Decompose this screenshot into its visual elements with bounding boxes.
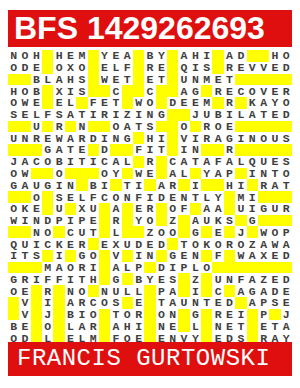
grid-cell-letter: I xyxy=(247,191,258,203)
grid-cell-letter: R xyxy=(281,203,292,215)
grid-cell-letter: E xyxy=(133,297,144,309)
grid-cell-letter: J xyxy=(235,226,246,238)
grid-cell-letter: A xyxy=(122,121,133,133)
grid-cell-letter: E xyxy=(269,156,280,168)
grid-cell-letter: A xyxy=(212,132,223,144)
grid-cell-letter: T xyxy=(258,109,269,121)
grid-cell-letter: T xyxy=(65,144,76,156)
grid-cell-letter: E xyxy=(65,191,76,203)
grid-cell-letter: Z xyxy=(258,273,269,285)
grid-cell-letter: A xyxy=(156,179,167,191)
grid-cell-letter: V xyxy=(19,297,30,309)
grid-cell-blank xyxy=(133,50,144,62)
grid-cell-letter: X xyxy=(76,203,87,215)
grid-cell-letter: T xyxy=(201,297,212,309)
grid-cell-letter: T xyxy=(133,121,144,133)
grid-cell-letter: E xyxy=(144,74,155,86)
grid-cell-letter: H xyxy=(224,179,235,191)
grid-cell-letter: A xyxy=(110,203,121,215)
grid-cell-blank xyxy=(19,121,30,133)
grid-cell-letter: A xyxy=(258,285,269,297)
grid-cell-blank xyxy=(247,50,258,62)
grid-cell-letter: R xyxy=(212,309,223,321)
grid-cell-blank xyxy=(88,50,99,62)
grid-cell-letter: E xyxy=(178,97,189,109)
grid-cell-letter: A xyxy=(65,132,76,144)
grid-cell-letter: R xyxy=(76,297,87,309)
grid-cell-letter: L xyxy=(65,320,76,332)
grid-cell-letter: Y xyxy=(133,215,144,227)
grid-cell-blank xyxy=(42,203,53,215)
grid-cell-letter: S xyxy=(201,62,212,74)
grid-cell-letter: I xyxy=(53,179,64,191)
grid-cell-letter: U xyxy=(19,238,30,250)
grid-cell-letter: O xyxy=(99,168,110,180)
grid-cell-letter: I xyxy=(224,109,235,121)
grid-cell-letter: D xyxy=(156,238,167,250)
grid-cell-blank xyxy=(19,191,30,203)
grid-cell-letter: I xyxy=(88,156,99,168)
grid-cell-letter: U xyxy=(178,74,189,86)
grid-cell-blank xyxy=(8,121,19,133)
grid-cell-blank xyxy=(269,74,280,86)
grid-cell-letter: I xyxy=(65,273,76,285)
grid-cell-letter: O xyxy=(8,62,19,74)
book-title: BFS 1429262693 xyxy=(8,10,292,47)
grid-cell-letter: L xyxy=(110,62,121,74)
grid-cell-letter: W xyxy=(258,226,269,238)
grid-cell-letter: D xyxy=(156,262,167,274)
grid-cell-letter: O xyxy=(156,226,167,238)
grid-cell-letter: N xyxy=(167,309,178,321)
grid-cell-blank xyxy=(281,144,292,156)
grid-cell-letter: C xyxy=(88,297,99,309)
grid-cell-letter: U xyxy=(201,109,212,121)
grid-cell-letter: F xyxy=(42,109,53,121)
grid-cell-letter: I xyxy=(144,144,155,156)
grid-cell-letter: E xyxy=(281,297,292,309)
grid-cell-letter: E xyxy=(190,97,201,109)
grid-cell-letter: E xyxy=(133,203,144,215)
grid-cell-blank xyxy=(88,144,99,156)
grid-cell-blank xyxy=(88,168,99,180)
grid-cell-blank xyxy=(133,62,144,74)
grid-cell-letter: I xyxy=(247,168,258,180)
grid-cell-letter: E xyxy=(269,273,280,285)
grid-cell-blank xyxy=(99,226,110,238)
grid-cell-blank xyxy=(42,191,53,203)
grid-cell-blank xyxy=(235,74,246,86)
grid-cell-letter: B xyxy=(133,273,144,285)
grid-cell-letter: E xyxy=(224,121,235,133)
grid-cell-letter: M xyxy=(201,97,212,109)
grid-cell-letter: Y xyxy=(201,168,212,180)
grid-cell-letter: H xyxy=(190,50,201,62)
grid-cell-blank xyxy=(65,121,76,133)
grid-cell-letter: O xyxy=(65,262,76,274)
grid-cell-letter: R xyxy=(224,144,235,156)
grid-cell-letter: I xyxy=(235,132,246,144)
grid-cell-letter: I xyxy=(144,191,155,203)
grid-cell-letter: O xyxy=(281,97,292,109)
grid-cell-blank xyxy=(144,309,155,321)
grid-cell-letter: S xyxy=(76,74,87,86)
grid-cell-letter: N xyxy=(258,168,269,180)
grid-cell-letter: T xyxy=(269,320,280,332)
grid-cell-letter: J xyxy=(281,309,292,321)
grid-cell-blank xyxy=(88,85,99,97)
grid-cell-letter: T xyxy=(88,226,99,238)
grid-cell-letter: T xyxy=(122,74,133,86)
grid-cell-blank xyxy=(167,74,178,86)
grid-cell-letter: I xyxy=(133,179,144,191)
grid-cell-letter: E xyxy=(269,109,280,121)
grid-cell-letter: A xyxy=(281,238,292,250)
grid-cell-letter: Z xyxy=(122,109,133,121)
grid-cell-letter: G xyxy=(190,85,201,97)
grid-cell-blank xyxy=(65,203,76,215)
grid-cell-letter: O xyxy=(8,285,19,297)
grid-cell-letter: H xyxy=(8,85,19,97)
grid-cell-blank xyxy=(31,262,42,274)
grid-cell-blank xyxy=(201,226,212,238)
grid-cell-letter: N xyxy=(212,320,223,332)
grid-cell-blank xyxy=(212,144,223,156)
grid-cell-letter: T xyxy=(76,109,87,121)
grid-cell-letter: R xyxy=(19,273,30,285)
grid-cell-letter: N xyxy=(99,285,110,297)
grid-cell-blank xyxy=(235,144,246,156)
grid-cell-letter: X xyxy=(258,250,269,262)
grid-cell-letter: W xyxy=(53,132,64,144)
grid-cell-letter: I xyxy=(235,179,246,191)
grid-cell-letter: G xyxy=(156,109,167,121)
grid-cell-letter: Y xyxy=(269,97,280,109)
grid-cell-letter: E xyxy=(167,191,178,203)
grid-cell-letter: F xyxy=(88,191,99,203)
grid-cell-letter: R xyxy=(144,156,155,168)
grid-cell-letter: D xyxy=(269,285,280,297)
grid-cell-letter: E xyxy=(65,238,76,250)
grid-cell-letter: R xyxy=(201,121,212,133)
grid-cell-letter: Z xyxy=(190,273,201,285)
grid-cell-letter: O xyxy=(167,203,178,215)
grid-cell-letter: B xyxy=(31,74,42,86)
grid-cell-letter: G xyxy=(247,215,258,227)
grid-cell-letter: R xyxy=(144,203,155,215)
grid-cell-letter: S xyxy=(8,109,19,121)
grid-cell-letter: R xyxy=(53,121,64,133)
grid-cell-letter: O xyxy=(76,62,87,74)
grid-cell-letter: F xyxy=(178,203,189,215)
grid-cell-blank xyxy=(281,74,292,86)
grid-cell-letter: B xyxy=(53,156,64,168)
grid-cell-blank xyxy=(53,285,64,297)
grid-cell-letter: E xyxy=(212,226,223,238)
grid-cell-letter: I xyxy=(247,203,258,215)
grid-cell-letter: B xyxy=(88,179,99,191)
grid-cell-letter: D xyxy=(133,238,144,250)
grid-cell-letter: U xyxy=(31,121,42,133)
grid-cell-blank xyxy=(212,62,223,74)
grid-cell-letter: T xyxy=(19,250,30,262)
grid-cell-letter: L xyxy=(201,191,212,203)
grid-cell-letter: D xyxy=(281,109,292,121)
grid-cell-letter: A xyxy=(167,297,178,309)
grid-cell-letter: A xyxy=(247,109,258,121)
grid-cell-blank xyxy=(8,309,19,321)
grid-cell-letter: E xyxy=(212,297,223,309)
grid-cell-letter: R xyxy=(31,132,42,144)
puzzle-grid: NOHHEMYEABYAHIADHOODEOXOELFREQISREVVEDBL… xyxy=(8,50,292,344)
grid-cell-blank xyxy=(269,309,280,321)
grid-cell-letter: A xyxy=(53,144,64,156)
grid-cell-blank xyxy=(144,320,155,332)
grid-cell-letter: C xyxy=(42,238,53,250)
grid-cell-letter: N xyxy=(31,226,42,238)
grid-cell-blank xyxy=(201,144,212,156)
grid-cell-letter: R xyxy=(76,238,87,250)
grid-cell-letter: N xyxy=(190,297,201,309)
grid-cell-letter: W xyxy=(19,168,30,180)
grid-cell-letter: O xyxy=(167,226,178,238)
grid-cell-blank xyxy=(8,74,19,86)
grid-cell-blank xyxy=(99,262,110,274)
grid-cell-letter: A xyxy=(178,156,189,168)
grid-cell-letter: O xyxy=(212,121,223,133)
grid-cell-letter: S xyxy=(31,250,42,262)
grid-cell-letter: F xyxy=(133,144,144,156)
grid-cell-letter: I xyxy=(42,297,53,309)
grid-cell-letter: N xyxy=(156,320,167,332)
grid-cell-letter: U xyxy=(201,215,212,227)
grid-cell-letter: Y xyxy=(212,191,223,203)
grid-cell-letter: E xyxy=(110,74,121,86)
grid-cell-blank xyxy=(53,226,64,238)
grid-cell-letter: E xyxy=(212,74,223,86)
grid-cell-blank xyxy=(224,262,235,274)
grid-cell-letter: I xyxy=(133,250,144,262)
author-name: FRANCIS GURTOWSKI xyxy=(8,342,292,376)
grid-cell-letter: O xyxy=(88,309,99,321)
grid-cell-blank xyxy=(76,168,87,180)
grid-cell-letter: U xyxy=(122,238,133,250)
grid-cell-blank xyxy=(156,203,167,215)
grid-cell-letter: C xyxy=(235,85,246,97)
grid-cell-blank xyxy=(201,273,212,285)
grid-cell-letter: D xyxy=(99,144,110,156)
grid-cell-letter: O xyxy=(212,238,223,250)
grid-cell-letter: U xyxy=(269,203,280,215)
grid-cell-blank xyxy=(281,262,292,274)
grid-cell-blank xyxy=(133,226,144,238)
grid-cell-blank xyxy=(201,85,212,97)
grid-cell-letter: I xyxy=(167,262,178,274)
grid-cell-letter: L xyxy=(76,191,87,203)
grid-cell-letter: N xyxy=(76,121,87,133)
grid-cell-blank xyxy=(88,121,99,133)
grid-cell-letter: O xyxy=(110,191,121,203)
grid-cell-letter: A xyxy=(110,156,121,168)
grid-cell-blank xyxy=(31,144,42,156)
grid-cell-blank xyxy=(201,250,212,262)
grid-cell-letter: G xyxy=(224,132,235,144)
grid-cell-letter: E xyxy=(99,97,110,109)
grid-cell-blank xyxy=(258,215,269,227)
grid-cell-letter: X xyxy=(53,85,64,97)
grid-cell-blank xyxy=(122,297,133,309)
grid-cell-blank xyxy=(53,309,64,321)
grid-cell-blank xyxy=(235,262,246,274)
grid-cell-letter: A xyxy=(19,179,30,191)
grid-cell-letter: D xyxy=(281,62,292,74)
grid-cell-blank xyxy=(247,226,258,238)
grid-cell-letter: C xyxy=(110,85,121,97)
grid-cell-letter: U xyxy=(88,203,99,215)
grid-cell-letter: E xyxy=(258,320,269,332)
grid-cell-letter: N xyxy=(31,215,42,227)
grid-cell-letter: Q xyxy=(8,238,19,250)
grid-cell-letter: S xyxy=(269,297,280,309)
grid-cell-letter: O xyxy=(42,226,53,238)
grid-cell-letter: B xyxy=(65,309,76,321)
grid-cell-letter: A xyxy=(201,203,212,215)
grid-cell-blank xyxy=(53,297,64,309)
grid-cell-letter: A xyxy=(281,320,292,332)
grid-cell-blank xyxy=(31,285,42,297)
grid-cell-blank xyxy=(156,97,167,109)
grid-cell-blank xyxy=(224,226,235,238)
grid-cell-letter: G xyxy=(8,179,19,191)
grid-cell-letter: G xyxy=(110,273,121,285)
grid-cell-blank xyxy=(42,250,53,262)
grid-cell-blank xyxy=(258,191,269,203)
grid-cell-letter: L xyxy=(133,285,144,297)
grid-cell-blank xyxy=(235,297,246,309)
grid-cell-letter: A xyxy=(110,262,121,274)
grid-cell-letter: O xyxy=(31,191,42,203)
grid-cell-blank xyxy=(281,191,292,203)
grid-cell-letter: D xyxy=(224,297,235,309)
grid-cell-blank xyxy=(201,179,212,191)
grid-cell-letter: L xyxy=(235,156,246,168)
grid-cell-letter: T xyxy=(235,320,246,332)
grid-cell-letter: E xyxy=(31,97,42,109)
grid-cell-letter: N xyxy=(190,144,201,156)
grid-cell-letter: W xyxy=(133,168,144,180)
grid-cell-letter: O xyxy=(269,226,280,238)
grid-cell-letter: O xyxy=(281,50,292,62)
grid-cell-blank xyxy=(42,50,53,62)
grid-cell-letter: D xyxy=(19,62,30,74)
grid-cell-blank xyxy=(247,144,258,156)
grid-cell-blank xyxy=(144,179,155,191)
grid-cell-blank xyxy=(76,97,87,109)
grid-cell-letter: V xyxy=(178,132,189,144)
grid-cell-letter: R xyxy=(76,132,87,144)
grid-cell-letter: W xyxy=(99,74,110,86)
grid-cell-blank xyxy=(144,285,155,297)
grid-cell-letter: K xyxy=(201,238,212,250)
grid-cell-letter: I xyxy=(190,179,201,191)
grid-cell-letter: T xyxy=(190,156,201,168)
grid-cell-letter: T xyxy=(76,156,87,168)
grid-cell-letter: O xyxy=(190,238,201,250)
grid-cell-letter: I xyxy=(65,215,76,227)
grid-cell-letter: O xyxy=(88,250,99,262)
grid-cell-letter: G xyxy=(42,179,53,191)
grid-cell-blank xyxy=(201,309,212,321)
grid-cell-blank xyxy=(42,168,53,180)
grid-cell-letter: U xyxy=(212,273,223,285)
grid-cell-letter: N xyxy=(144,250,155,262)
grid-cell-letter: H xyxy=(122,320,133,332)
grid-cell-letter: D xyxy=(281,250,292,262)
grid-cell-letter: O xyxy=(144,97,155,109)
grid-cell-blank xyxy=(224,250,235,262)
grid-cell-blank xyxy=(156,85,167,97)
grid-cell-letter: O xyxy=(8,203,19,215)
grid-cell-letter: N xyxy=(224,273,235,285)
grid-cell-letter: I xyxy=(65,156,76,168)
grid-cell-letter: N xyxy=(190,74,201,86)
grid-cell-blank xyxy=(99,215,110,227)
grid-cell-letter: K xyxy=(212,215,223,227)
grid-cell-blank xyxy=(201,320,212,332)
grid-cell-letter: A xyxy=(167,285,178,297)
grid-cell-blank xyxy=(167,144,178,156)
grid-cell-letter: N xyxy=(19,132,30,144)
grid-cell-letter: I xyxy=(88,262,99,274)
grid-cell-letter: I xyxy=(99,132,110,144)
grid-cell-letter: A xyxy=(247,273,258,285)
grid-cell-letter: W xyxy=(133,97,144,109)
grid-cell-blank xyxy=(133,74,144,86)
grid-cell-blank xyxy=(167,238,178,250)
grid-cell-letter: A xyxy=(110,320,121,332)
grid-cell-letter: E xyxy=(269,62,280,74)
grid-cell-letter: L xyxy=(122,285,133,297)
grid-cell-blank xyxy=(235,121,246,133)
grid-cell-blank xyxy=(224,203,235,215)
grid-cell-blank xyxy=(178,320,189,332)
grid-cell-letter: I xyxy=(88,109,99,121)
grid-cell-letter: L xyxy=(122,262,133,274)
grid-cell-letter: S xyxy=(224,215,235,227)
grid-cell-blank xyxy=(247,121,258,133)
grid-cell-blank xyxy=(122,273,133,285)
grid-cell-blank xyxy=(258,144,269,156)
grid-cell-blank xyxy=(31,297,42,309)
grid-cell-blank xyxy=(110,179,121,191)
grid-cell-blank xyxy=(281,121,292,133)
grid-cell-blank xyxy=(212,50,223,62)
grid-cell-letter: Q xyxy=(247,156,258,168)
grid-cell-letter: F xyxy=(42,273,53,285)
grid-cell-blank xyxy=(110,144,121,156)
grid-cell-letter: O xyxy=(247,85,258,97)
grid-cell-letter: U xyxy=(8,132,19,144)
grid-cell-blank xyxy=(42,97,53,109)
grid-cell-blank xyxy=(99,85,110,97)
grid-cell-letter: K xyxy=(53,238,64,250)
grid-cell-blank xyxy=(258,262,269,274)
grid-cell-letter: R xyxy=(258,179,269,191)
grid-cell-letter: E xyxy=(269,250,280,262)
grid-cell-blank xyxy=(190,168,201,180)
grid-cell-letter: O xyxy=(8,168,19,180)
grid-cell-blank xyxy=(122,203,133,215)
